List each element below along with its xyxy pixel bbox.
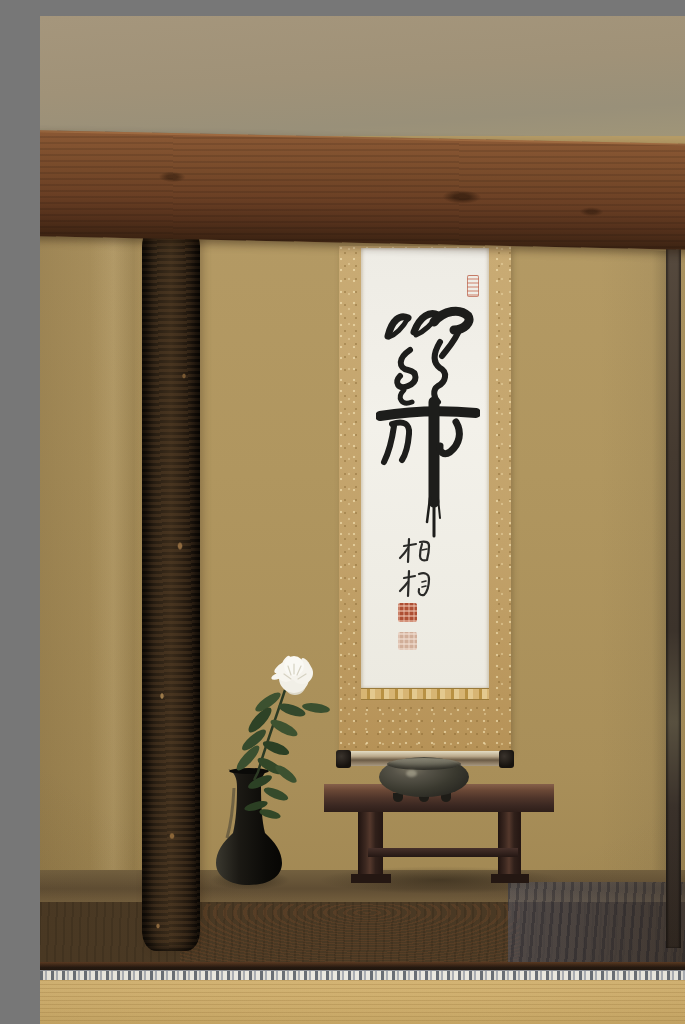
bronze-bowl — [378, 756, 470, 804]
artist-seal-lower — [398, 632, 417, 650]
artist-signature — [396, 536, 438, 600]
bench-foot-left — [351, 874, 391, 883]
artist-seal-upper — [398, 603, 417, 622]
bench-leg-left — [358, 812, 383, 878]
right-wall-post — [666, 242, 681, 948]
bark-pillar — [142, 226, 200, 951]
bench-foot-right — [491, 874, 529, 883]
white-chrysanthemum — [264, 654, 320, 706]
ceiling — [40, 16, 685, 144]
wall-seam — [90, 226, 142, 966]
scroll-gold-strip — [361, 688, 489, 700]
top-red-seal — [467, 275, 479, 297]
post-shadow — [652, 251, 666, 946]
hanging-scroll — [336, 246, 514, 772]
bowl-highlight — [406, 770, 417, 777]
floor-grain-swirl — [180, 904, 520, 962]
bench-stretcher — [368, 848, 518, 857]
scroll-roller-knob-left — [336, 750, 351, 768]
scroll-roller-knob-right — [499, 750, 514, 768]
main-calligraphy-kanji — [376, 306, 480, 541]
tatami-mat — [40, 980, 685, 1024]
bench-leg-right — [498, 812, 521, 878]
tokonoma-photo: Photograph of a tokonoma alcove: a hangi… — [40, 16, 685, 1024]
lintel-beam — [40, 130, 685, 251]
bowl-rim — [387, 758, 461, 770]
floor-gray-streaks — [508, 882, 685, 964]
